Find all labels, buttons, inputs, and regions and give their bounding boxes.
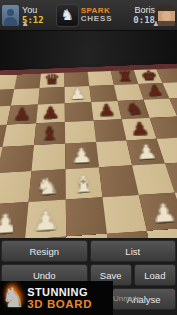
square-e5[interactable] bbox=[93, 119, 126, 142]
logo-word-chess: CHESS bbox=[81, 15, 113, 23]
piece-white-p: ♟ bbox=[25, 204, 66, 236]
square-d7[interactable]: ♟ bbox=[64, 86, 91, 103]
square-b8[interactable] bbox=[14, 73, 41, 88]
chess-board-frame: ♛♜♚♜♟♟♟♟♟♟♞♝♝♟♟♟♞♝♟♟♟♟♟♜♛♜♚ bbox=[0, 63, 177, 238]
square-e3[interactable] bbox=[98, 165, 138, 197]
piece-black-p: ♟ bbox=[36, 102, 65, 122]
unmute-button[interactable]: Unmute bbox=[113, 294, 141, 303]
black-side-indicator-icon: ♟ bbox=[153, 20, 159, 28]
square-b3[interactable] bbox=[0, 171, 31, 204]
square-e4[interactable] bbox=[96, 140, 132, 167]
piece-black-p: ♟ bbox=[92, 100, 121, 120]
square-e2[interactable] bbox=[102, 194, 146, 233]
player-right-clock: 0:18 bbox=[133, 15, 155, 25]
piece-white-p: ♟ bbox=[129, 139, 163, 163]
flaming-knight-icon: ♞ bbox=[1, 283, 25, 313]
list-button[interactable]: List bbox=[90, 240, 177, 262]
board-scene: ♛♜♚♜♟♟♟♟♟♟♞♝♝♟♟♟♞♝♟♟♟♟♟♜♛♜♚ bbox=[0, 31, 177, 238]
square-d8[interactable] bbox=[64, 72, 89, 87]
player-left-name: You bbox=[22, 5, 44, 15]
person-icon bbox=[7, 9, 14, 16]
piece-white-b: ♝ bbox=[173, 96, 177, 115]
piece-black-p: ♟ bbox=[7, 103, 36, 123]
square-b4[interactable] bbox=[0, 145, 33, 173]
square-c3[interactable]: ♞ bbox=[28, 169, 65, 202]
square-e6[interactable]: ♟ bbox=[91, 100, 121, 120]
ad-headline-1: STUNNING bbox=[27, 286, 92, 298]
square-c8[interactable]: ♛ bbox=[39, 72, 64, 87]
player-right-avatar bbox=[158, 5, 175, 26]
top-bar: You 5:12 ♟ ♞ SPARK CHESS Boris 0:18 ♟ bbox=[0, 0, 177, 31]
player-right-name: Boris bbox=[134, 5, 155, 15]
piece-white-p: ♟ bbox=[64, 84, 91, 102]
piece-white-b: ♝ bbox=[64, 170, 101, 197]
resign-button[interactable]: Resign bbox=[1, 240, 88, 262]
square-b7[interactable] bbox=[10, 88, 39, 106]
piece-white-n: ♞ bbox=[28, 172, 65, 200]
square-d3[interactable]: ♝ bbox=[65, 167, 102, 199]
piece-white-p: ♟ bbox=[143, 197, 177, 228]
piece-black-p: ♟ bbox=[124, 117, 156, 139]
chess-board[interactable]: ♛♜♚♜♟♟♟♟♟♟♞♝♝♟♟♟♞♝♟♟♟♟♟♜♛♜♚ bbox=[0, 68, 177, 238]
square-b6[interactable]: ♟ bbox=[6, 104, 37, 124]
white-side-indicator-icon: ♟ bbox=[22, 20, 28, 28]
square-f1[interactable]: ♜ bbox=[146, 228, 177, 238]
square-c5[interactable]: ♝ bbox=[33, 121, 64, 144]
square-b2[interactable]: ♟ bbox=[0, 201, 28, 238]
piece-black-r: ♜ bbox=[0, 88, 11, 106]
app-screen: You 5:12 ♟ ♞ SPARK CHESS Boris 0:18 ♟ ♛♜… bbox=[0, 0, 177, 315]
ad-banner[interactable]: ♞ STUNNING 3D BOARD bbox=[0, 281, 113, 315]
square-c2[interactable]: ♟ bbox=[24, 199, 65, 238]
square-d5[interactable] bbox=[64, 120, 95, 143]
ad-headline-2: 3D BOARD bbox=[27, 298, 92, 310]
square-b5[interactable] bbox=[2, 123, 36, 147]
sparkchess-logo: ♞ SPARK CHESS bbox=[56, 4, 113, 27]
square-g4[interactable] bbox=[156, 137, 177, 163]
knight-logo-icon: ♞ bbox=[56, 4, 79, 27]
piece-black-p: ♟ bbox=[0, 105, 7, 125]
player-left-avatar bbox=[2, 5, 19, 26]
square-c6[interactable]: ♟ bbox=[36, 103, 65, 123]
piece-white-p: ♟ bbox=[0, 207, 25, 238]
square-f5[interactable]: ♟ bbox=[121, 117, 156, 140]
square-c7[interactable] bbox=[37, 87, 64, 104]
piece-black-q: ♛ bbox=[39, 71, 64, 88]
square-e8[interactable] bbox=[87, 71, 113, 86]
square-e7[interactable] bbox=[89, 85, 117, 102]
square-d4[interactable]: ♟ bbox=[65, 142, 99, 169]
square-d2[interactable] bbox=[65, 197, 106, 236]
load-button[interactable]: Load bbox=[134, 264, 176, 286]
square-c4[interactable] bbox=[31, 143, 65, 170]
piece-black-b: ♝ bbox=[34, 122, 65, 144]
square-d6[interactable] bbox=[64, 102, 93, 122]
piece-white-p: ♟ bbox=[64, 143, 98, 167]
